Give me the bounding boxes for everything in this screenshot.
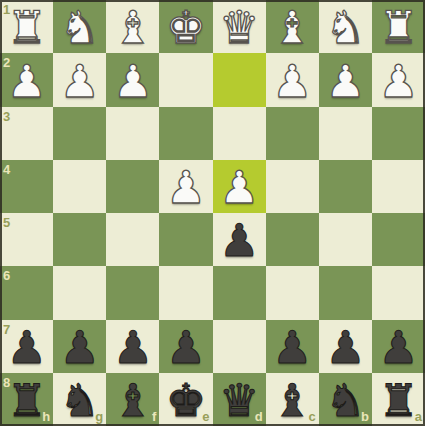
square-h1[interactable]: ♜1: [0, 0, 53, 53]
piece-white-pawn-a2[interactable]: ♟: [372, 53, 425, 106]
square-b1[interactable]: ♞: [319, 0, 372, 53]
square-c8[interactable]: ♝c: [266, 373, 319, 426]
piece-white-pawn-e4[interactable]: ♟: [159, 160, 212, 213]
square-d4[interactable]: ♟: [213, 160, 266, 213]
square-g3[interactable]: [53, 107, 106, 160]
square-h2[interactable]: ♟2: [0, 53, 53, 106]
square-e8[interactable]: ♚e: [159, 373, 212, 426]
square-a3[interactable]: [372, 107, 425, 160]
piece-black-pawn-a7[interactable]: ♟: [372, 320, 425, 373]
square-f5[interactable]: [106, 213, 159, 266]
square-e6[interactable]: [159, 266, 212, 319]
piece-white-bishop-f1[interactable]: ♝: [106, 0, 159, 53]
piece-black-rook-a8[interactable]: ♜: [372, 373, 425, 426]
rank-label-6: 6: [3, 269, 10, 282]
square-d6[interactable]: [213, 266, 266, 319]
square-a5[interactable]: [372, 213, 425, 266]
square-c7[interactable]: ♟: [266, 320, 319, 373]
square-a8[interactable]: ♜a: [372, 373, 425, 426]
square-d3[interactable]: [213, 107, 266, 160]
piece-white-rook-a1[interactable]: ♜: [372, 0, 425, 53]
square-f2[interactable]: ♟: [106, 53, 159, 106]
square-b8[interactable]: ♞b: [319, 373, 372, 426]
square-g6[interactable]: [53, 266, 106, 319]
square-a4[interactable]: [372, 160, 425, 213]
square-g4[interactable]: [53, 160, 106, 213]
piece-white-pawn-g2[interactable]: ♟: [53, 53, 106, 106]
square-h4[interactable]: 4: [0, 160, 53, 213]
square-d7[interactable]: [213, 320, 266, 373]
piece-white-king-e1[interactable]: ♚: [159, 0, 212, 53]
square-c6[interactable]: [266, 266, 319, 319]
piece-black-queen-d8[interactable]: ♛: [213, 373, 266, 426]
square-h5[interactable]: 5: [0, 213, 53, 266]
square-g7[interactable]: ♟: [53, 320, 106, 373]
square-a6[interactable]: [372, 266, 425, 319]
rank-label-3: 3: [3, 110, 10, 123]
square-h8[interactable]: ♜8h: [0, 373, 53, 426]
square-f6[interactable]: [106, 266, 159, 319]
piece-black-pawn-b7[interactable]: ♟: [319, 320, 372, 373]
square-f1[interactable]: ♝: [106, 0, 159, 53]
square-g8[interactable]: ♞g: [53, 373, 106, 426]
piece-white-bishop-c1[interactable]: ♝: [266, 0, 319, 53]
square-c3[interactable]: [266, 107, 319, 160]
piece-black-king-e8[interactable]: ♚: [159, 373, 212, 426]
square-c4[interactable]: [266, 160, 319, 213]
square-h7[interactable]: ♟7: [0, 320, 53, 373]
square-d1[interactable]: ♛: [213, 0, 266, 53]
square-e5[interactable]: [159, 213, 212, 266]
chess-board: ♜1♞♝♚♛♝♞♜♟2♟♟♟♟♟34♟♟5♟6♟7♟♟♟♟♟♟♜8h♞g♝f♚e…: [0, 0, 425, 426]
piece-white-pawn-c2[interactable]: ♟: [266, 53, 319, 106]
chess-board-container: ♜1♞♝♚♛♝♞♜♟2♟♟♟♟♟34♟♟5♟6♟7♟♟♟♟♟♟♜8h♞g♝f♚e…: [0, 0, 425, 426]
square-d8[interactable]: ♛d: [213, 373, 266, 426]
square-e3[interactable]: [159, 107, 212, 160]
square-g2[interactable]: ♟: [53, 53, 106, 106]
piece-white-knight-g1[interactable]: ♞: [53, 0, 106, 53]
square-a2[interactable]: ♟: [372, 53, 425, 106]
piece-black-knight-b8[interactable]: ♞: [319, 373, 372, 426]
piece-white-pawn-d4[interactable]: ♟: [213, 160, 266, 213]
square-e2[interactable]: [159, 53, 212, 106]
square-b3[interactable]: [319, 107, 372, 160]
piece-black-pawn-f7[interactable]: ♟: [106, 320, 159, 373]
piece-black-knight-g8[interactable]: ♞: [53, 373, 106, 426]
rank-label-5: 5: [3, 216, 10, 229]
piece-black-pawn-g7[interactable]: ♟: [53, 320, 106, 373]
square-b7[interactable]: ♟: [319, 320, 372, 373]
square-f8[interactable]: ♝f: [106, 373, 159, 426]
square-f3[interactable]: [106, 107, 159, 160]
piece-black-pawn-e7[interactable]: ♟: [159, 320, 212, 373]
piece-white-rook-h1[interactable]: ♜: [0, 0, 53, 53]
piece-black-pawn-h7[interactable]: ♟: [0, 320, 53, 373]
square-f7[interactable]: ♟: [106, 320, 159, 373]
piece-white-pawn-b2[interactable]: ♟: [319, 53, 372, 106]
square-h3[interactable]: 3: [0, 107, 53, 160]
piece-black-bishop-c8[interactable]: ♝: [266, 373, 319, 426]
square-e7[interactable]: ♟: [159, 320, 212, 373]
square-a7[interactable]: ♟: [372, 320, 425, 373]
square-c5[interactable]: [266, 213, 319, 266]
square-d2[interactable]: [213, 53, 266, 106]
piece-white-knight-b1[interactable]: ♞: [319, 0, 372, 53]
square-g5[interactable]: [53, 213, 106, 266]
square-d5[interactable]: ♟: [213, 213, 266, 266]
rank-label-4: 4: [3, 163, 10, 176]
square-b2[interactable]: ♟: [319, 53, 372, 106]
piece-white-queen-d1[interactable]: ♛: [213, 0, 266, 53]
square-b6[interactable]: [319, 266, 372, 319]
piece-black-rook-h8[interactable]: ♜: [0, 373, 53, 426]
square-c2[interactable]: ♟: [266, 53, 319, 106]
piece-white-pawn-f2[interactable]: ♟: [106, 53, 159, 106]
piece-black-bishop-f8[interactable]: ♝: [106, 373, 159, 426]
piece-black-pawn-d5[interactable]: ♟: [213, 213, 266, 266]
square-g1[interactable]: ♞: [53, 0, 106, 53]
square-b4[interactable]: [319, 160, 372, 213]
piece-black-pawn-c7[interactable]: ♟: [266, 320, 319, 373]
square-a1[interactable]: ♜: [372, 0, 425, 53]
square-c1[interactable]: ♝: [266, 0, 319, 53]
square-e4[interactable]: ♟: [159, 160, 212, 213]
square-b5[interactable]: [319, 213, 372, 266]
square-h6[interactable]: 6: [0, 266, 53, 319]
square-e1[interactable]: ♚: [159, 0, 212, 53]
square-f4[interactable]: [106, 160, 159, 213]
piece-white-pawn-h2[interactable]: ♟: [0, 53, 53, 106]
